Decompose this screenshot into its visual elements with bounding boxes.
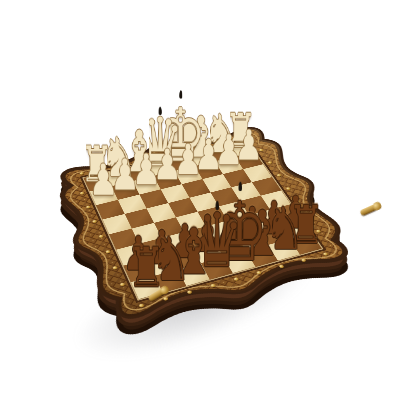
chess-board: ♜♞♝♛♚♝♞♜♟♟♟♟♟♟♟♟♟♟♟♟♟♟♟♟♜♞♝♛♚♝♞♜ xyxy=(19,104,400,369)
piece-glyph: ♟ xyxy=(92,158,115,201)
brass-latch-right xyxy=(360,204,378,216)
black-finial xyxy=(158,107,161,115)
black-rook[interactable]: ♜ xyxy=(134,232,160,287)
white-pawn[interactable]: ♟ xyxy=(92,152,115,195)
product-photo-background: ♜♞♝♛♚♝♞♜♟♟♟♟♟♟♟♟♟♟♟♟♟♟♟♟♜♞♝♛♚♝♞♜ xyxy=(0,0,400,400)
black-finial xyxy=(179,90,182,98)
piece-glyph: ♜ xyxy=(134,240,160,295)
black-finial xyxy=(215,201,219,210)
black-finial xyxy=(238,182,242,191)
